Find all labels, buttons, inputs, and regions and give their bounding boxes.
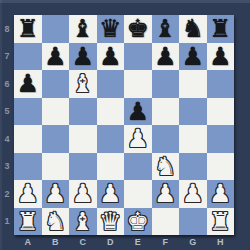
rank-label-2: 2	[0, 180, 14, 208]
square-f7[interactable]: ♟	[152, 43, 180, 71]
file-label-d: D	[97, 235, 125, 249]
file-label-e: E	[124, 235, 152, 249]
square-c3[interactable]	[69, 153, 97, 181]
piece-black-rook[interactable]: ♜	[207, 15, 235, 43]
piece-black-pawn[interactable]: ♟	[97, 43, 125, 71]
piece-white-pawn[interactable]: ♟	[97, 180, 125, 208]
square-b6[interactable]	[42, 70, 70, 98]
piece-black-bishop[interactable]: ♝	[69, 15, 97, 43]
rank-label-5: 5	[0, 98, 14, 126]
square-g2[interactable]: ♟	[179, 180, 207, 208]
piece-white-pawn[interactable]: ♟	[152, 180, 180, 208]
square-h4[interactable]	[207, 125, 235, 153]
square-a7[interactable]	[14, 43, 42, 71]
piece-black-queen[interactable]: ♛	[97, 15, 125, 43]
square-a6[interactable]: ♟	[14, 70, 42, 98]
rank-label-8: 8	[0, 15, 14, 43]
square-h2[interactable]: ♟	[207, 180, 235, 208]
square-a8[interactable]: ♜	[14, 15, 42, 43]
square-h8[interactable]: ♜	[207, 15, 235, 43]
piece-black-king[interactable]: ♚	[124, 15, 152, 43]
piece-black-rook[interactable]: ♜	[14, 15, 42, 43]
square-d1[interactable]: ♛	[97, 208, 125, 236]
file-label-c: C	[69, 235, 97, 249]
square-g6[interactable]	[179, 70, 207, 98]
square-f2[interactable]: ♟	[152, 180, 180, 208]
piece-white-pawn[interactable]: ♟	[179, 180, 207, 208]
square-b2[interactable]: ♟	[42, 180, 70, 208]
square-g7[interactable]: ♟	[179, 43, 207, 71]
square-f8[interactable]: ♝	[152, 15, 180, 43]
rank-label-1: 1	[0, 208, 14, 236]
square-e5[interactable]: ♟	[124, 98, 152, 126]
square-h6[interactable]	[207, 70, 235, 98]
square-h7[interactable]: ♟	[207, 43, 235, 71]
square-f3[interactable]: ♞	[152, 153, 180, 181]
square-g3[interactable]	[179, 153, 207, 181]
square-d6[interactable]	[97, 70, 125, 98]
square-d8[interactable]: ♛	[97, 15, 125, 43]
chess-board[interactable]: ♜♝♛♚♝♞♜♟♟♟♟♟♟♟♝♟♟♞♟♟♟♟♟♟♟♜♞♝♛♚♜	[14, 15, 234, 235]
piece-black-pawn[interactable]: ♟	[207, 43, 235, 71]
square-a1[interactable]: ♜	[14, 208, 42, 236]
chess-board-panel: 87654321 ♜♝♛♚♝♞♜♟♟♟♟♟♟♟♝♟♟♞♟♟♟♟♟♟♟♜♞♝♛♚♜…	[0, 0, 250, 250]
square-f5[interactable]	[152, 98, 180, 126]
square-h1[interactable]: ♜	[207, 208, 235, 236]
piece-black-pawn[interactable]: ♟	[42, 43, 70, 71]
square-a4[interactable]	[14, 125, 42, 153]
rank-labels: 87654321	[0, 15, 14, 235]
square-f6[interactable]	[152, 70, 180, 98]
square-b8[interactable]	[42, 15, 70, 43]
square-c4[interactable]	[69, 125, 97, 153]
rank-label-7: 7	[0, 43, 14, 71]
square-a5[interactable]	[14, 98, 42, 126]
square-e1[interactable]: ♚	[124, 208, 152, 236]
square-c2[interactable]: ♟	[69, 180, 97, 208]
square-b5[interactable]	[42, 98, 70, 126]
file-label-b: B	[42, 235, 70, 249]
rank-label-4: 4	[0, 125, 14, 153]
rank-label-6: 6	[0, 70, 14, 98]
square-c1[interactable]: ♝	[69, 208, 97, 236]
square-d5[interactable]	[97, 98, 125, 126]
piece-black-bishop[interactable]: ♝	[152, 15, 180, 43]
square-c6[interactable]: ♝	[69, 70, 97, 98]
file-label-g: G	[179, 235, 207, 249]
square-f1[interactable]	[152, 208, 180, 236]
square-e7[interactable]	[124, 43, 152, 71]
square-a3[interactable]	[14, 153, 42, 181]
piece-white-knight[interactable]: ♞	[152, 153, 180, 181]
piece-white-bishop[interactable]: ♝	[69, 208, 97, 236]
piece-white-rook[interactable]: ♜	[14, 208, 42, 236]
square-f4[interactable]	[152, 125, 180, 153]
piece-white-pawn[interactable]: ♟	[42, 180, 70, 208]
square-g8[interactable]: ♞	[179, 15, 207, 43]
square-b3[interactable]	[42, 153, 70, 181]
square-e4[interactable]: ♟	[124, 125, 152, 153]
piece-white-bishop[interactable]: ♝	[69, 70, 97, 98]
square-e6[interactable]	[124, 70, 152, 98]
file-label-f: F	[152, 235, 180, 249]
square-e3[interactable]	[124, 153, 152, 181]
square-c8[interactable]: ♝	[69, 15, 97, 43]
square-a2[interactable]: ♟	[14, 180, 42, 208]
piece-black-pawn[interactable]: ♟	[69, 43, 97, 71]
piece-white-pawn[interactable]: ♟	[207, 180, 235, 208]
piece-white-pawn[interactable]: ♟	[14, 180, 42, 208]
square-d3[interactable]	[97, 153, 125, 181]
piece-white-rook[interactable]: ♜	[207, 208, 235, 236]
square-d2[interactable]: ♟	[97, 180, 125, 208]
square-e2[interactable]	[124, 180, 152, 208]
piece-black-pawn[interactable]: ♟	[124, 98, 152, 126]
piece-white-queen[interactable]: ♛	[97, 208, 125, 236]
square-b4[interactable]	[42, 125, 70, 153]
square-c7[interactable]: ♟	[69, 43, 97, 71]
piece-black-pawn[interactable]: ♟	[152, 43, 180, 71]
piece-black-pawn[interactable]: ♟	[14, 70, 42, 98]
square-g1[interactable]	[179, 208, 207, 236]
piece-white-king[interactable]: ♚	[124, 208, 152, 236]
square-e8[interactable]: ♚	[124, 15, 152, 43]
square-d4[interactable]	[97, 125, 125, 153]
square-h3[interactable]	[207, 153, 235, 181]
square-h5[interactable]	[207, 98, 235, 126]
file-label-a: A	[14, 235, 42, 249]
piece-white-pawn[interactable]: ♟	[124, 125, 152, 153]
file-label-h: H	[207, 235, 235, 249]
square-d7[interactable]: ♟	[97, 43, 125, 71]
rank-label-3: 3	[0, 153, 14, 181]
square-g4[interactable]	[179, 125, 207, 153]
square-b1[interactable]: ♞	[42, 208, 70, 236]
square-b7[interactable]: ♟	[42, 43, 70, 71]
piece-black-knight[interactable]: ♞	[179, 15, 207, 43]
square-c5[interactable]	[69, 98, 97, 126]
piece-white-knight[interactable]: ♞	[42, 208, 70, 236]
piece-black-pawn[interactable]: ♟	[179, 43, 207, 71]
file-labels: ABCDEFGH	[14, 235, 234, 249]
piece-white-pawn[interactable]: ♟	[69, 180, 97, 208]
square-g5[interactable]	[179, 98, 207, 126]
